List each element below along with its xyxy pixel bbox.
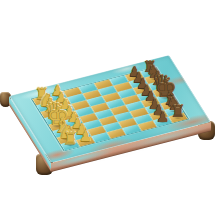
chess-piece-white-rook[interactable]: ♜ [63,130,78,147]
chess-piece-white-pawn[interactable]: ♟ [79,129,92,144]
chess-piece-black-rook[interactable]: ♜ [171,103,186,119]
pieces-layer: ♜♟♞♟♝♟♛♟♟♚♜♟♟♝♞♟♟♞♝♟♟♜♛♟♟♚♟♝♟♞♟♜ [0,0,220,220]
chess-set-photo: ♜♟♞♟♝♟♛♟♟♚♜♟♟♝♞♟♟♞♝♟♟♜♛♟♟♚♟♝♟♞♟♜ [0,0,220,220]
chess-piece-black-pawn[interactable]: ♟ [156,109,169,123]
